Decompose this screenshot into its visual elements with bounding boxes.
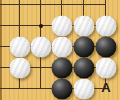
black-stone xyxy=(73,36,94,57)
black-stone xyxy=(51,78,72,99)
white-stone xyxy=(51,36,72,57)
go-board[interactable]: A xyxy=(0,0,120,100)
star-point xyxy=(39,24,43,28)
white-stone xyxy=(95,15,116,36)
black-stone xyxy=(51,57,72,78)
white-stone xyxy=(95,57,116,78)
black-stone xyxy=(73,57,94,78)
white-stone xyxy=(73,78,94,99)
black-stone xyxy=(95,36,116,57)
white-stone xyxy=(51,15,72,36)
point-label-a[interactable]: A xyxy=(101,81,110,94)
white-stone xyxy=(9,36,30,57)
white-stone xyxy=(30,36,51,57)
white-stone xyxy=(73,15,94,36)
white-stone xyxy=(9,57,30,78)
grid-line-h-0 xyxy=(0,4,106,5)
